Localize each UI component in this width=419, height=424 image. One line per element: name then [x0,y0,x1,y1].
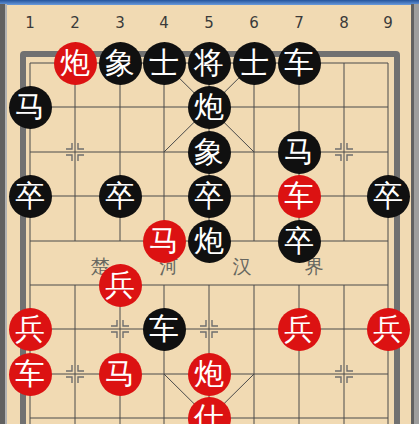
piece-black-soldier[interactable]: 卒 [99,175,142,218]
piece-red-cannon[interactable]: 炮 [188,353,231,396]
position-mark [335,377,341,383]
position-mark [347,365,353,371]
piece-black-soldier[interactable]: 卒 [278,220,321,263]
column-label-1: 1 [19,14,41,32]
piece-black-chariot[interactable]: 车 [278,42,321,85]
position-mark [347,143,353,149]
position-mark [78,143,84,149]
piece-black-soldier[interactable]: 卒 [9,175,52,218]
column-label-8: 8 [333,14,355,32]
position-mark [66,143,72,149]
position-mark [347,155,353,161]
piece-black-general[interactable]: 将 [188,42,231,85]
column-label-5: 5 [198,14,220,32]
position-mark [111,332,117,338]
column-label-6: 6 [243,14,265,32]
piece-red-horse[interactable]: 马 [143,220,186,263]
piece-black-horse[interactable]: 马 [278,131,321,174]
position-mark [78,377,84,383]
position-mark [212,320,218,326]
position-mark [335,155,341,161]
piece-red-soldier[interactable]: 兵 [9,308,52,351]
position-mark [335,365,341,371]
position-mark [200,320,206,326]
window-top-edge [0,0,419,5]
piece-red-chariot[interactable]: 车 [9,353,52,396]
piece-black-elephant[interactable]: 象 [99,42,142,85]
position-mark [200,332,206,338]
piece-black-cannon[interactable]: 炮 [188,86,231,129]
column-label-9: 9 [377,14,399,32]
position-mark [66,377,72,383]
position-mark [66,155,72,161]
position-mark [123,332,129,338]
window-right-edge [411,4,419,424]
river-label: 汉 [229,254,255,280]
piece-black-soldier[interactable]: 卒 [188,175,231,218]
column-label-7: 7 [288,14,310,32]
position-mark [347,377,353,383]
position-mark [123,320,129,326]
position-mark [335,143,341,149]
piece-red-soldier[interactable]: 兵 [278,308,321,351]
piece-black-elephant[interactable]: 象 [188,131,231,174]
position-mark [78,155,84,161]
piece-black-soldier[interactable]: 卒 [367,175,410,218]
position-mark [111,320,117,326]
piece-red-cannon[interactable]: 炮 [54,42,97,85]
position-mark [78,365,84,371]
piece-red-soldier[interactable]: 兵 [99,264,142,307]
position-mark [66,365,72,371]
column-label-2: 2 [64,14,86,32]
piece-black-horse[interactable]: 马 [9,86,52,129]
piece-black-advisor[interactable]: 士 [143,42,186,85]
position-mark [212,332,218,338]
piece-black-cannon[interactable]: 炮 [188,220,231,263]
column-label-3: 3 [109,14,131,32]
piece-red-chariot[interactable]: 车 [278,175,321,218]
window-left-edge [0,4,7,424]
piece-red-soldier[interactable]: 兵 [367,308,410,351]
piece-black-advisor[interactable]: 士 [233,42,276,85]
piece-black-chariot[interactable]: 车 [143,308,186,351]
column-label-4: 4 [153,14,175,32]
xiangqi-app-window: 123456789 楚河汉界 炮象士将士车马炮象马卒卒卒车卒马炮卒兵兵车兵兵车马… [0,0,419,424]
piece-red-horse[interactable]: 马 [99,353,142,396]
